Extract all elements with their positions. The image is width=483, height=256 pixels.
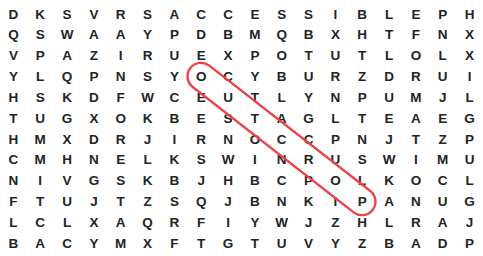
grid-cell[interactable]: S — [27, 87, 54, 108]
grid-cell[interactable]: X — [54, 129, 81, 150]
grid-cell[interactable]: Z — [349, 233, 376, 254]
grid-cell[interactable]: H — [349, 212, 376, 233]
grid-cell[interactable]: P — [242, 46, 269, 67]
grid-cell[interactable]: C — [215, 67, 242, 88]
grid-cell[interactable]: D — [376, 67, 403, 88]
grid-cell[interactable]: A — [429, 212, 456, 233]
grid-cell[interactable]: E — [188, 108, 215, 129]
grid-cell[interactable]: Q — [188, 192, 215, 213]
grid-cell[interactable]: S — [188, 150, 215, 171]
grid-cell[interactable]: C — [0, 150, 27, 171]
grid-cell[interactable]: O — [268, 46, 295, 67]
grid-cell[interactable]: U — [295, 67, 322, 88]
grid-cell[interactable]: Z — [322, 212, 349, 233]
grid-cell[interactable]: U — [215, 87, 242, 108]
grid-cell[interactable]: B — [242, 192, 269, 213]
grid-cell[interactable]: S — [295, 4, 322, 25]
grid-cell[interactable]: I — [456, 67, 483, 88]
grid-cell[interactable]: C — [429, 171, 456, 192]
grid-cell[interactable]: A — [268, 108, 295, 129]
grid-cell[interactable]: J — [188, 171, 215, 192]
grid-cell[interactable]: N — [429, 25, 456, 46]
grid-cell[interactable]: L — [134, 150, 161, 171]
grid-cell[interactable]: I — [242, 150, 269, 171]
grid-cell[interactable]: Q — [268, 25, 295, 46]
grid-cell[interactable]: D — [0, 4, 27, 25]
grid-cell[interactable]: A — [54, 46, 81, 67]
grid-cell[interactable]: C — [27, 212, 54, 233]
grid-cell[interactable]: A — [107, 212, 134, 233]
grid-cell[interactable]: P — [456, 129, 483, 150]
grid-cell[interactable]: T — [188, 233, 215, 254]
grid-cell[interactable]: R — [107, 129, 134, 150]
grid-cell[interactable]: L — [456, 87, 483, 108]
grid-cell[interactable]: T — [403, 129, 430, 150]
grid-cell[interactable]: Y — [295, 87, 322, 108]
grid-cell[interactable]: G — [456, 108, 483, 129]
grid-cell[interactable]: A — [376, 192, 403, 213]
grid-cell[interactable]: E — [242, 4, 269, 25]
grid-cell[interactable]: V — [81, 4, 108, 25]
grid-cell[interactable]: E — [188, 46, 215, 67]
grid-cell[interactable]: Q — [54, 67, 81, 88]
grid-cell[interactable]: L — [322, 108, 349, 129]
grid-cell[interactable]: D — [188, 25, 215, 46]
grid-cell[interactable]: I — [27, 171, 54, 192]
grid-cell[interactable]: G — [295, 108, 322, 129]
grid-cell[interactable]: J — [456, 212, 483, 233]
grid-cell[interactable]: E — [188, 87, 215, 108]
grid-cell[interactable]: O — [322, 171, 349, 192]
grid-cell[interactable]: K — [134, 108, 161, 129]
grid-cell[interactable]: L — [27, 67, 54, 88]
grid-cell[interactable]: I — [322, 192, 349, 213]
grid-cell[interactable]: R — [403, 212, 430, 233]
grid-cell[interactable]: H — [0, 129, 27, 150]
grid-cell[interactable]: N — [349, 129, 376, 150]
grid-cell[interactable]: F — [161, 233, 188, 254]
word-search-board: DKSVRSACCESSIBLEPHQSWAAYPDBMQBXHTFNXVPAZ… — [0, 0, 483, 256]
grid-cell[interactable]: X — [456, 25, 483, 46]
grid-cell[interactable]: U — [268, 233, 295, 254]
grid-cell[interactable]: O — [403, 46, 430, 67]
grid-cell[interactable]: S — [134, 4, 161, 25]
grid-cell[interactable]: X — [81, 108, 108, 129]
grid-cell[interactable]: Y — [0, 67, 27, 88]
grid-cell[interactable]: L — [376, 46, 403, 67]
grid-cell[interactable]: B — [349, 4, 376, 25]
grid-cell[interactable]: L — [376, 212, 403, 233]
grid-cell[interactable]: R — [295, 150, 322, 171]
grid-cell[interactable]: U — [456, 150, 483, 171]
grid-cell[interactable]: G — [456, 192, 483, 213]
grid-cell[interactable]: B — [215, 25, 242, 46]
grid-cell[interactable]: L — [0, 212, 27, 233]
grid-cell[interactable]: M — [242, 25, 269, 46]
grid-cell[interactable]: L — [456, 171, 483, 192]
grid-cell[interactable]: D — [429, 233, 456, 254]
grid-cell[interactable]: F — [107, 87, 134, 108]
grid-cell[interactable]: Y — [242, 212, 269, 233]
grid-cell[interactable]: C — [161, 87, 188, 108]
grid-cell[interactable]: A — [403, 108, 430, 129]
grid-cell[interactable]: L — [349, 171, 376, 192]
grid-cell[interactable]: P — [456, 233, 483, 254]
grid-cell[interactable]: M — [429, 150, 456, 171]
grid-cell[interactable]: Y — [322, 233, 349, 254]
grid-cell[interactable]: B — [376, 233, 403, 254]
grid-cell[interactable]: N — [322, 87, 349, 108]
grid-cell[interactable]: T — [242, 233, 269, 254]
grid-cell[interactable]: K — [134, 171, 161, 192]
grid-cell[interactable]: I — [322, 4, 349, 25]
grid-cell[interactable]: B — [268, 67, 295, 88]
grid-cell[interactable]: O — [242, 129, 269, 150]
grid-cell[interactable]: R — [322, 67, 349, 88]
grid-cell[interactable]: D — [81, 87, 108, 108]
grid-cell[interactable]: X — [456, 46, 483, 67]
grid-cell[interactable]: N — [107, 67, 134, 88]
grid-cell[interactable]: P — [27, 46, 54, 67]
grid-cell[interactable]: A — [403, 233, 430, 254]
grid-cell[interactable]: U — [54, 192, 81, 213]
grid-cell[interactable]: G — [81, 171, 108, 192]
grid-cell[interactable]: M — [27, 129, 54, 150]
grid-cell[interactable]: C — [268, 171, 295, 192]
grid-cell[interactable]: E — [376, 108, 403, 129]
grid-cell[interactable]: T — [349, 108, 376, 129]
grid-cell[interactable]: D — [81, 129, 108, 150]
grid-cell[interactable]: N — [215, 129, 242, 150]
grid-cell[interactable]: P — [161, 25, 188, 46]
grid-cell[interactable]: Y — [134, 25, 161, 46]
grid-cell[interactable]: I — [403, 150, 430, 171]
grid-cell[interactable]: Q — [0, 25, 27, 46]
grid-cell[interactable]: Z — [349, 67, 376, 88]
grid-cell[interactable]: T — [27, 192, 54, 213]
grid-cell[interactable]: U — [322, 150, 349, 171]
grid-cell[interactable]: U — [322, 46, 349, 67]
grid-cell[interactable]: H — [349, 25, 376, 46]
grid-cell[interactable]: Z — [429, 129, 456, 150]
grid-cell[interactable]: J — [215, 192, 242, 213]
grid-cell[interactable]: L — [268, 87, 295, 108]
grid-cell[interactable]: S — [215, 108, 242, 129]
grid-cell[interactable]: H — [456, 4, 483, 25]
grid-cell[interactable]: J — [376, 129, 403, 150]
grid-cell[interactable]: H — [215, 171, 242, 192]
grid-cell[interactable]: W — [54, 25, 81, 46]
grid-cell[interactable]: Y — [242, 67, 269, 88]
grid-cell[interactable]: K — [54, 87, 81, 108]
letter-grid: DKSVRSACCESSIBLEPHQSWAAYPDBMQBXHTFNXVPAZ… — [0, 0, 483, 256]
grid-cell[interactable]: E — [403, 4, 430, 25]
grid-cell[interactable]: U — [27, 108, 54, 129]
grid-cell[interactable]: T — [349, 46, 376, 67]
grid-cell[interactable]: R — [134, 46, 161, 67]
grid-cell[interactable]: F — [403, 25, 430, 46]
grid-cell[interactable]: F — [0, 192, 27, 213]
grid-cell[interactable]: J — [81, 192, 108, 213]
grid-cell[interactable]: T — [242, 87, 269, 108]
grid-cell[interactable]: P — [322, 129, 349, 150]
grid-cell[interactable]: R — [161, 212, 188, 233]
grid-cell[interactable]: R — [107, 4, 134, 25]
grid-cell[interactable]: S — [134, 67, 161, 88]
grid-cell[interactable]: R — [188, 129, 215, 150]
grid-cell[interactable]: H — [0, 87, 27, 108]
grid-cell[interactable]: B — [161, 108, 188, 129]
grid-cell[interactable]: J — [134, 129, 161, 150]
grid-cell[interactable]: M — [27, 150, 54, 171]
grid-cell[interactable]: S — [27, 25, 54, 46]
grid-cell[interactable]: N — [403, 192, 430, 213]
grid-cell[interactable]: B — [161, 171, 188, 192]
grid-cell[interactable]: W — [376, 150, 403, 171]
grid-cell[interactable]: A — [107, 25, 134, 46]
grid-cell[interactable]: B — [295, 25, 322, 46]
grid-cell[interactable]: Z — [134, 192, 161, 213]
grid-cell[interactable]: U — [376, 87, 403, 108]
grid-cell[interactable]: K — [161, 150, 188, 171]
grid-cell[interactable]: E — [429, 108, 456, 129]
grid-cell[interactable]: C — [268, 129, 295, 150]
grid-cell[interactable]: A — [27, 233, 54, 254]
grid-cell[interactable]: C — [215, 4, 242, 25]
grid-cell[interactable]: I — [107, 46, 134, 67]
grid-cell[interactable]: O — [107, 108, 134, 129]
grid-cell[interactable]: C — [295, 129, 322, 150]
grid-cell[interactable]: W — [134, 87, 161, 108]
grid-cell[interactable]: T — [295, 46, 322, 67]
grid-cell[interactable]: F — [188, 212, 215, 233]
grid-cell[interactable]: S — [349, 150, 376, 171]
grid-cell[interactable]: N — [0, 171, 27, 192]
grid-cell[interactable]: Y — [81, 233, 108, 254]
grid-cell[interactable]: L — [54, 212, 81, 233]
grid-cell[interactable]: M — [403, 87, 430, 108]
grid-cell[interactable]: I — [215, 212, 242, 233]
grid-cell[interactable]: S — [268, 4, 295, 25]
grid-cell[interactable]: K — [27, 4, 54, 25]
grid-cell[interactable]: P — [295, 171, 322, 192]
grid-cell[interactable]: A — [161, 4, 188, 25]
grid-cell[interactable]: S — [161, 192, 188, 213]
grid-cell[interactable]: T — [0, 108, 27, 129]
grid-cell[interactable]: N — [81, 150, 108, 171]
grid-cell[interactable]: P — [81, 67, 108, 88]
grid-cell[interactable]: R — [403, 67, 430, 88]
grid-cell[interactable]: T — [107, 192, 134, 213]
grid-cell[interactable]: P — [349, 192, 376, 213]
grid-cell[interactable]: G — [54, 108, 81, 129]
grid-cell[interactable]: Z — [81, 46, 108, 67]
grid-cell[interactable]: N — [268, 150, 295, 171]
grid-cell[interactable]: J — [295, 212, 322, 233]
grid-cell[interactable]: K — [295, 192, 322, 213]
grid-cell[interactable]: V — [54, 171, 81, 192]
grid-cell[interactable]: E — [107, 150, 134, 171]
grid-cell[interactable]: P — [349, 87, 376, 108]
grid-cell[interactable]: X — [81, 212, 108, 233]
grid-cell[interactable]: H — [54, 150, 81, 171]
grid-cell[interactable]: L — [429, 46, 456, 67]
grid-cell[interactable]: S — [107, 171, 134, 192]
grid-cell[interactable]: B — [0, 233, 27, 254]
grid-cell[interactable]: X — [322, 25, 349, 46]
grid-cell[interactable]: O — [403, 171, 430, 192]
grid-cell[interactable]: B — [242, 171, 269, 192]
grid-cell[interactable]: W — [215, 150, 242, 171]
grid-cell[interactable]: K — [376, 171, 403, 192]
grid-cell[interactable]: V — [295, 233, 322, 254]
grid-cell[interactable]: V — [0, 46, 27, 67]
grid-cell[interactable]: X — [215, 46, 242, 67]
grid-cell[interactable]: N — [268, 192, 295, 213]
grid-cell[interactable]: G — [215, 233, 242, 254]
grid-cell[interactable]: W — [268, 212, 295, 233]
grid-cell[interactable]: I — [161, 129, 188, 150]
grid-cell[interactable]: O — [188, 67, 215, 88]
grid-cell[interactable]: C — [188, 4, 215, 25]
grid-cell[interactable]: L — [376, 4, 403, 25]
grid-cell[interactable]: M — [107, 233, 134, 254]
grid-cell[interactable]: U — [429, 192, 456, 213]
grid-cell[interactable]: C — [54, 233, 81, 254]
grid-cell[interactable]: U — [161, 46, 188, 67]
grid-cell[interactable]: J — [429, 87, 456, 108]
grid-cell[interactable]: X — [134, 233, 161, 254]
grid-cell[interactable]: Y — [161, 67, 188, 88]
grid-cell[interactable]: S — [54, 4, 81, 25]
grid-cell[interactable]: U — [429, 67, 456, 88]
grid-cell[interactable]: A — [81, 25, 108, 46]
grid-cell[interactable]: T — [376, 25, 403, 46]
grid-cell[interactable]: Q — [134, 212, 161, 233]
grid-cell[interactable]: T — [242, 108, 269, 129]
grid-cell[interactable]: P — [429, 4, 456, 25]
